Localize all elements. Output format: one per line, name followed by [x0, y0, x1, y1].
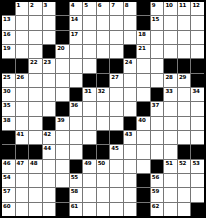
black-cell-r5c6: [83, 74, 96, 87]
black-cell-r10c14: [191, 145, 204, 158]
white-cell-r13c1[interactable]: [16, 188, 29, 201]
black-cell-r10c2: [29, 145, 42, 158]
white-cell-r7c1[interactable]: [16, 102, 29, 115]
white-cell-r13c5[interactable]: 58: [70, 188, 83, 201]
clue-number: 29: [179, 74, 186, 80]
clue-number: 25: [3, 74, 10, 80]
white-cell-r10c8[interactable]: 45: [110, 145, 123, 158]
black-cell-r11c5: [70, 160, 83, 173]
white-cell-r8c14[interactable]: [191, 117, 204, 130]
white-cell-r2c10[interactable]: 18: [137, 31, 150, 44]
clue-number: 54: [3, 174, 10, 180]
white-cell-r4c2[interactable]: 22: [29, 59, 42, 72]
white-cell-r8c1[interactable]: [16, 117, 29, 130]
white-cell-r7c2[interactable]: [29, 102, 42, 115]
white-cell-r11c7[interactable]: 50: [97, 160, 110, 173]
white-cell-r3c10[interactable]: 21: [137, 45, 150, 58]
white-cell-r1c0[interactable]: 13: [2, 16, 15, 29]
white-cell-r0c12[interactable]: 10: [164, 2, 177, 15]
white-cell-r8c11[interactable]: [151, 117, 164, 130]
white-cell-r4c4[interactable]: [56, 59, 69, 72]
clue-number: 24: [125, 59, 132, 65]
white-cell-r0c8[interactable]: 7: [110, 2, 123, 15]
white-cell-r10c11[interactable]: [151, 145, 164, 158]
clue-number: 53: [192, 160, 199, 166]
white-cell-r7c11[interactable]: 37: [151, 102, 164, 115]
white-cell-r12c13[interactable]: [178, 174, 191, 187]
black-cell-r3c3: [43, 45, 56, 58]
black-cell-r9c8: [110, 131, 123, 144]
white-cell-r13c8[interactable]: [110, 188, 123, 201]
white-cell-r3c1[interactable]: [16, 45, 29, 58]
white-cell-r5c3[interactable]: [43, 74, 56, 87]
white-cell-r11c0[interactable]: 46: [2, 160, 15, 173]
clue-number: 59: [152, 188, 159, 194]
white-cell-r7c5[interactable]: 36: [70, 102, 83, 115]
white-cell-r2c11[interactable]: [151, 31, 164, 44]
black-cell-r9c0: [2, 131, 15, 144]
clue-number: 27: [111, 74, 118, 80]
white-cell-r4c3[interactable]: 23: [43, 59, 56, 72]
clue-number: 26: [17, 74, 24, 80]
black-cell-r13c10: [137, 188, 150, 201]
clue-number: 2: [30, 2, 34, 8]
white-cell-r3c8[interactable]: [110, 45, 123, 58]
white-cell-r2c1[interactable]: [16, 31, 29, 44]
white-cell-r14c6[interactable]: [83, 203, 96, 216]
white-cell-r1c5[interactable]: 14: [70, 16, 83, 29]
black-cell-r4c8: [110, 59, 123, 72]
white-cell-r1c8[interactable]: [110, 16, 123, 29]
white-cell-r3c4[interactable]: 20: [56, 45, 69, 58]
white-cell-r1c2[interactable]: [29, 16, 42, 29]
white-cell-r14c7[interactable]: [97, 203, 110, 216]
clue-number: 61: [71, 203, 78, 209]
white-cell-r0c2[interactable]: 2: [29, 2, 42, 15]
black-cell-r1c10: [137, 16, 150, 29]
white-cell-r5c12[interactable]: 28: [164, 74, 177, 87]
white-cell-r6c8[interactable]: [110, 88, 123, 101]
white-cell-r7c0[interactable]: 35: [2, 102, 15, 115]
white-cell-r0c6[interactable]: 5: [83, 2, 96, 15]
clue-number: 21: [138, 45, 145, 51]
white-cell-r10c12[interactable]: [164, 145, 177, 158]
white-cell-r10c3[interactable]: 44: [43, 145, 56, 158]
white-cell-r1c7[interactable]: [97, 16, 110, 29]
white-cell-r5c0[interactable]: 25: [2, 74, 15, 87]
white-cell-r2c6[interactable]: [83, 31, 96, 44]
black-cell-r4c13: [178, 59, 191, 72]
white-cell-r14c3[interactable]: [43, 203, 56, 216]
white-cell-r5c5[interactable]: [70, 74, 83, 87]
white-cell-r5c13[interactable]: 29: [178, 74, 191, 87]
white-cell-r4c5[interactable]: [70, 59, 83, 72]
white-cell-r8c6[interactable]: [83, 117, 96, 130]
clue-number: 15: [152, 16, 159, 22]
clue-number: 23: [44, 59, 51, 65]
white-cell-r13c13[interactable]: [178, 188, 191, 201]
clue-number: 28: [165, 74, 172, 80]
white-cell-r2c7[interactable]: [97, 31, 110, 44]
white-cell-r7c6[interactable]: [83, 102, 96, 115]
black-cell-r10c1: [16, 145, 29, 158]
white-cell-r4c6[interactable]: [83, 59, 96, 72]
black-cell-r0c10: [137, 2, 150, 15]
white-cell-r5c8[interactable]: 27: [110, 74, 123, 87]
black-cell-r2c4: [56, 31, 69, 44]
black-cell-r4c1: [16, 59, 29, 72]
white-cell-r7c8[interactable]: [110, 102, 123, 115]
black-cell-r1c4: [56, 16, 69, 29]
black-cell-r5c14: [191, 74, 204, 87]
clue-number: 52: [179, 160, 186, 166]
clue-number: 12: [192, 2, 199, 8]
clue-number: 20: [57, 45, 64, 51]
white-cell-r7c7[interactable]: [97, 102, 110, 115]
black-cell-r7c10: [137, 102, 150, 115]
white-cell-r7c12[interactable]: [164, 102, 177, 115]
clue-number: 56: [152, 174, 159, 180]
white-cell-r9c12[interactable]: [164, 131, 177, 144]
white-cell-r13c14[interactable]: [191, 188, 204, 201]
white-cell-r12c7[interactable]: [97, 174, 110, 187]
white-cell-r11c12[interactable]: 51: [164, 160, 177, 173]
clue-number: 36: [71, 102, 78, 108]
clue-number: 31: [84, 88, 91, 94]
white-cell-r8c13[interactable]: [178, 117, 191, 130]
black-cell-r10c0: [2, 145, 15, 158]
clue-number: 7: [111, 2, 115, 8]
white-cell-r2c2[interactable]: [29, 31, 42, 44]
clue-number: 4: [71, 2, 75, 8]
white-cell-r6c4[interactable]: [56, 88, 69, 101]
clue-number: 60: [3, 203, 10, 209]
white-cell-r1c12[interactable]: [164, 16, 177, 29]
clue-number: 33: [165, 88, 172, 94]
white-cell-r6c12[interactable]: 33: [164, 88, 177, 101]
clue-number: 11: [179, 2, 186, 8]
white-cell-r0c3[interactable]: 3: [43, 2, 56, 15]
white-cell-r3c7[interactable]: [97, 45, 110, 58]
black-cell-r5c7: [97, 74, 110, 87]
white-cell-r0c14[interactable]: 12: [191, 2, 204, 15]
black-cell-r6c5: [70, 88, 83, 101]
white-cell-r5c11[interactable]: [151, 74, 164, 87]
white-cell-r6c1[interactable]: [16, 88, 29, 101]
white-cell-r6c7[interactable]: 32: [97, 88, 110, 101]
white-cell-r14c8[interactable]: [110, 203, 123, 216]
white-cell-r6c3[interactable]: [43, 88, 56, 101]
white-cell-r13c9[interactable]: [124, 188, 137, 201]
white-cell-r0c11[interactable]: 9: [151, 2, 164, 15]
black-cell-r6c11: [151, 88, 164, 101]
white-cell-r2c14[interactable]: [191, 31, 204, 44]
black-cell-r3c9: [124, 45, 137, 58]
white-cell-r13c0[interactable]: 57: [2, 188, 15, 201]
white-cell-r13c6[interactable]: [83, 188, 96, 201]
white-cell-r14c12[interactable]: [164, 203, 177, 216]
clue-number: 22: [30, 59, 37, 65]
white-cell-r7c3[interactable]: [43, 102, 56, 115]
white-cell-r11c6[interactable]: 49: [83, 160, 96, 173]
white-cell-r8c7[interactable]: [97, 117, 110, 130]
clue-number: 9: [152, 2, 156, 8]
white-cell-r7c9[interactable]: [124, 102, 137, 115]
white-cell-r12c6[interactable]: [83, 174, 96, 187]
white-cell-r1c9[interactable]: [124, 16, 137, 29]
white-cell-r8c2[interactable]: [29, 117, 42, 130]
white-cell-r3c12[interactable]: [164, 45, 177, 58]
white-cell-r1c1[interactable]: [16, 16, 29, 29]
white-cell-r6c13[interactable]: [178, 88, 191, 101]
white-cell-r12c5[interactable]: 55: [70, 174, 83, 187]
clue-number: 10: [165, 2, 172, 8]
clue-number: 34: [192, 88, 199, 94]
clue-number: 46: [3, 160, 10, 166]
clue-number: 41: [17, 131, 24, 137]
clue-number: 35: [3, 102, 10, 108]
white-cell-r3c5[interactable]: [70, 45, 83, 58]
white-cell-r12c3[interactable]: [43, 174, 56, 187]
white-cell-r11c13[interactable]: 52: [178, 160, 191, 173]
white-cell-r9c4[interactable]: [56, 131, 69, 144]
black-cell-r12c10: [137, 174, 150, 187]
white-cell-r11c2[interactable]: 48: [29, 160, 42, 173]
black-cell-r9c7: [97, 131, 110, 144]
white-cell-r14c9[interactable]: [124, 203, 137, 216]
crossword-grid: 1234567891011121314151617181920212223242…: [0, 0, 206, 218]
clue-number: 38: [3, 117, 10, 123]
white-cell-r8c8[interactable]: [110, 117, 123, 130]
clue-number: 40: [138, 117, 145, 123]
white-cell-r3c13[interactable]: [178, 45, 191, 58]
white-cell-r2c9[interactable]: [124, 31, 137, 44]
white-cell-r5c9[interactable]: [124, 74, 137, 87]
white-cell-r1c14[interactable]: [191, 16, 204, 29]
white-cell-r13c3[interactable]: [43, 188, 56, 201]
white-cell-r9c3[interactable]: 42: [43, 131, 56, 144]
clue-number: 8: [125, 2, 129, 8]
white-cell-r11c1[interactable]: 47: [16, 160, 29, 173]
white-cell-r12c0[interactable]: 54: [2, 174, 15, 187]
white-cell-r4c9[interactable]: 24: [124, 59, 137, 72]
clue-number: 16: [3, 31, 10, 37]
white-cell-r1c3[interactable]: [43, 16, 56, 29]
clue-number: 39: [57, 117, 64, 123]
black-cell-r7c4: [56, 102, 69, 115]
white-cell-r3c6[interactable]: [83, 45, 96, 58]
white-cell-r14c1[interactable]: [16, 203, 29, 216]
clue-number: 1: [17, 2, 21, 8]
white-cell-r3c14[interactable]: [191, 45, 204, 58]
white-cell-r0c5[interactable]: 4: [70, 2, 83, 15]
white-cell-r1c11[interactable]: 15: [151, 16, 164, 29]
white-cell-r14c5[interactable]: 61: [70, 203, 83, 216]
clue-number: 58: [71, 188, 78, 194]
white-cell-r6c0[interactable]: 30: [2, 88, 15, 101]
clue-number: 5: [84, 2, 88, 8]
white-cell-r5c1[interactable]: 26: [16, 74, 29, 87]
clue-number: 18: [138, 31, 145, 37]
white-cell-r8c12[interactable]: [164, 117, 177, 130]
black-cell-r0c4: [56, 2, 69, 15]
white-cell-r13c11[interactable]: 59: [151, 188, 164, 201]
white-cell-r12c8[interactable]: [110, 174, 123, 187]
white-cell-r10c9[interactable]: [124, 145, 137, 158]
white-cell-r12c1[interactable]: [16, 174, 29, 187]
clue-number: 19: [3, 45, 10, 51]
white-cell-r13c12[interactable]: [164, 188, 177, 201]
black-cell-r8c3: [43, 117, 56, 130]
white-cell-r1c6[interactable]: [83, 16, 96, 29]
white-cell-r11c4[interactable]: [56, 160, 69, 173]
white-cell-r6c6[interactable]: 31: [83, 88, 96, 101]
black-cell-r10c6: [83, 145, 96, 158]
clue-number: 6: [98, 2, 102, 8]
white-cell-r3c2[interactable]: [29, 45, 42, 58]
clue-number: 57: [3, 188, 10, 194]
black-cell-r10c13: [178, 145, 191, 158]
black-cell-r13c4: [56, 188, 69, 201]
white-cell-r6c2[interactable]: [29, 88, 42, 101]
white-cell-r5c10[interactable]: [137, 74, 150, 87]
white-cell-r10c5[interactable]: [70, 145, 83, 158]
white-cell-r8c10[interactable]: 40: [137, 117, 150, 130]
white-cell-r10c10[interactable]: [137, 145, 150, 158]
black-cell-r14c14: [191, 203, 204, 216]
white-cell-r11c8[interactable]: [110, 160, 123, 173]
white-cell-r9c13[interactable]: [178, 131, 191, 144]
white-cell-r14c11[interactable]: 62: [151, 203, 164, 216]
clue-number: 14: [71, 16, 78, 22]
white-cell-r13c7[interactable]: [97, 188, 110, 201]
white-cell-r0c1[interactable]: 1: [16, 2, 29, 15]
black-cell-r4c7: [97, 59, 110, 72]
clue-number: 51: [165, 160, 172, 166]
white-cell-r2c12[interactable]: [164, 31, 177, 44]
white-cell-r5c4[interactable]: [56, 74, 69, 87]
black-cell-r0c0: [2, 2, 15, 15]
white-cell-r11c14[interactable]: 53: [191, 160, 204, 173]
white-cell-r6c14[interactable]: 34: [191, 88, 204, 101]
white-cell-r9c1[interactable]: 41: [16, 131, 29, 144]
clue-number: 47: [17, 160, 24, 166]
white-cell-r4c11[interactable]: [151, 59, 164, 72]
black-cell-r14c4: [56, 203, 69, 216]
white-cell-r6c9[interactable]: [124, 88, 137, 101]
clue-number: 37: [152, 102, 159, 108]
clue-number: 45: [111, 145, 118, 151]
clue-number: 30: [3, 88, 10, 94]
white-cell-r12c12[interactable]: [164, 174, 177, 187]
white-cell-r12c14[interactable]: [191, 174, 204, 187]
white-cell-r6c10[interactable]: [137, 88, 150, 101]
clue-number: 32: [98, 88, 105, 94]
black-cell-r8c9: [124, 117, 137, 130]
white-cell-r12c4[interactable]: [56, 174, 69, 187]
white-cell-r0c7[interactable]: 6: [97, 2, 110, 15]
black-cell-r4c14: [191, 59, 204, 72]
clue-number: 62: [152, 203, 159, 209]
white-cell-r2c0[interactable]: 16: [2, 31, 15, 44]
clue-number: 43: [125, 131, 132, 137]
white-cell-r7c13[interactable]: [178, 102, 191, 115]
white-cell-r10c4[interactable]: [56, 145, 69, 158]
white-cell-r9c9[interactable]: 43: [124, 131, 137, 144]
crossword-board: 1234567891011121314151617181920212223242…: [0, 0, 206, 218]
black-cell-r14c10: [137, 203, 150, 216]
clue-number: 50: [98, 160, 105, 166]
clue-number: 55: [71, 174, 78, 180]
white-cell-r11c3[interactable]: [43, 160, 56, 173]
black-cell-r4c12: [164, 59, 177, 72]
black-cell-r4c0: [2, 59, 15, 72]
white-cell-r12c9[interactable]: [124, 174, 137, 187]
white-cell-r12c2[interactable]: [29, 174, 42, 187]
white-cell-r7c14[interactable]: [191, 102, 204, 115]
white-cell-r9c5[interactable]: [70, 131, 83, 144]
white-cell-r11c10[interactable]: [137, 160, 150, 173]
black-cell-r10c7: [97, 145, 110, 158]
white-cell-r5c2[interactable]: [29, 74, 42, 87]
white-cell-r8c5[interactable]: [70, 117, 83, 130]
white-cell-r9c11[interactable]: [151, 131, 164, 144]
white-cell-r8c0[interactable]: 38: [2, 117, 15, 130]
white-cell-r9c14[interactable]: [191, 131, 204, 144]
white-cell-r14c13[interactable]: [178, 203, 191, 216]
white-cell-r9c2[interactable]: [29, 131, 42, 144]
white-cell-r14c0[interactable]: 60: [2, 203, 15, 216]
white-cell-r4c10[interactable]: [137, 59, 150, 72]
clue-number: 44: [44, 145, 51, 151]
white-cell-r0c13[interactable]: 11: [178, 2, 191, 15]
white-cell-r2c3[interactable]: [43, 31, 56, 44]
clue-number: 13: [3, 16, 10, 22]
clue-number: 17: [71, 31, 78, 37]
clue-number: 42: [44, 131, 51, 137]
white-cell-r8c4[interactable]: 39: [56, 117, 69, 130]
clue-number: 49: [84, 160, 91, 166]
clue-number: 3: [44, 2, 48, 8]
white-cell-r1c13[interactable]: [178, 16, 191, 29]
white-cell-r9c10[interactable]: [137, 131, 150, 144]
white-cell-r2c13[interactable]: [178, 31, 191, 44]
white-cell-r9c6[interactable]: [83, 131, 96, 144]
white-cell-r14c2[interactable]: [29, 203, 42, 216]
clue-number: 48: [30, 160, 37, 166]
white-cell-r13c2[interactable]: [29, 188, 42, 201]
white-cell-r3c11[interactable]: [151, 45, 164, 58]
white-cell-r0c9[interactable]: 8: [124, 2, 137, 15]
white-cell-r2c8[interactable]: [110, 31, 123, 44]
white-cell-r12c11[interactable]: 56: [151, 174, 164, 187]
white-cell-r3c0[interactable]: 19: [2, 45, 15, 58]
white-cell-r11c9[interactable]: [124, 160, 137, 173]
white-cell-r2c5[interactable]: 17: [70, 31, 83, 44]
black-cell-r11c11: [151, 160, 164, 173]
